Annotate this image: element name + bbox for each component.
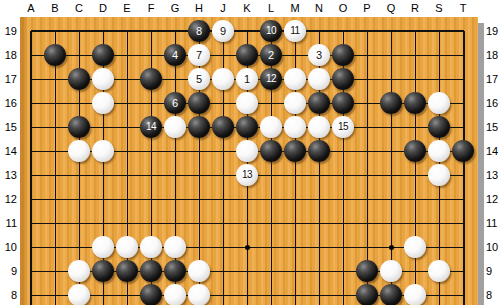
stone-black-L19: 10 (260, 20, 282, 42)
row-label-left-12: 12 (0, 191, 17, 207)
col-label-Q: Q (379, 0, 403, 17)
stone-black-S15 (428, 116, 450, 138)
col-label-G: G (163, 0, 187, 17)
go-board-viewer: ABCDEFGHJKLMNOPQRST 19181716151413121110… (0, 0, 500, 305)
go-board[interactable]: 891011472351126141513 (20, 17, 478, 305)
move-number-7: 7 (188, 44, 210, 66)
star-point-Q10 (389, 245, 394, 250)
stone-white-S9 (428, 260, 450, 282)
col-label-J: J (211, 0, 235, 17)
stone-black-G18: 4 (164, 44, 186, 66)
move-number-9: 9 (212, 20, 234, 42)
stone-white-G10 (164, 236, 186, 258)
move-number-4: 4 (164, 44, 186, 66)
stone-white-S14 (428, 140, 450, 162)
col-label-N: N (307, 0, 331, 17)
row-label-right-17: 17 (486, 71, 500, 87)
stone-black-Q8 (380, 284, 402, 305)
move-number-2: 2 (260, 44, 282, 66)
move-number-1: 1 (236, 68, 258, 90)
stone-white-G15 (164, 116, 186, 138)
stone-white-M15 (284, 116, 306, 138)
stone-white-N15 (308, 116, 330, 138)
row-label-left-17: 17 (0, 71, 17, 87)
col-label-R: R (403, 0, 427, 17)
grid-col-T (463, 31, 465, 305)
col-label-D: D (91, 0, 115, 17)
stone-white-Q9 (380, 260, 402, 282)
stone-white-K14 (236, 140, 258, 162)
move-number-3: 3 (308, 44, 330, 66)
row-label-left-19: 19 (0, 23, 17, 39)
move-number-5: 5 (188, 68, 210, 90)
stone-black-L17: 12 (260, 68, 282, 90)
stone-white-D10 (92, 236, 114, 258)
stone-white-D17 (92, 68, 114, 90)
grid-col-R (415, 31, 416, 305)
stone-black-N16 (308, 92, 330, 114)
stone-black-O18 (332, 44, 354, 66)
row-label-right-15: 15 (486, 119, 500, 135)
stone-white-S13 (428, 164, 450, 186)
row-label-left-15: 15 (0, 119, 17, 135)
stone-white-N17 (308, 68, 330, 90)
col-label-L: L (259, 0, 283, 17)
row-label-right-18: 18 (486, 47, 500, 63)
stone-black-R14 (404, 140, 426, 162)
stone-black-F15: 14 (140, 116, 162, 138)
col-label-A: A (19, 0, 43, 17)
stone-white-H17: 5 (188, 68, 210, 90)
col-label-M: M (283, 0, 307, 17)
stone-black-D9 (92, 260, 114, 282)
row-label-right-19: 19 (486, 23, 500, 39)
move-number-14: 14 (140, 116, 162, 138)
stone-white-K16 (236, 92, 258, 114)
stone-white-C8 (68, 284, 90, 305)
col-label-H: H (187, 0, 211, 17)
stone-black-C17 (68, 68, 90, 90)
stone-black-D18 (92, 44, 114, 66)
board-drop-shadow (478, 23, 484, 305)
stone-black-L18: 2 (260, 44, 282, 66)
row-label-right-8: 8 (486, 287, 500, 303)
row-label-right-12: 12 (486, 191, 500, 207)
stone-black-M14 (284, 140, 306, 162)
row-label-left-8: 8 (0, 287, 17, 303)
stone-white-D14 (92, 140, 114, 162)
stone-black-F8 (140, 284, 162, 305)
col-label-S: S (427, 0, 451, 17)
stone-white-H8 (188, 284, 210, 305)
col-label-P: P (355, 0, 379, 17)
stone-black-T14 (452, 140, 474, 162)
grid-col-A (30, 31, 32, 305)
stone-black-P8 (356, 284, 378, 305)
stone-black-E9 (116, 260, 138, 282)
move-number-12: 12 (260, 68, 282, 90)
stone-black-Q16 (380, 92, 402, 114)
col-label-O: O (331, 0, 355, 17)
move-number-15: 15 (332, 116, 354, 138)
stone-black-H15 (188, 116, 210, 138)
stone-white-C9 (68, 260, 90, 282)
stone-black-O16 (332, 92, 354, 114)
move-number-13: 13 (236, 164, 258, 186)
col-label-K: K (235, 0, 259, 17)
stone-white-E10 (116, 236, 138, 258)
stone-white-R8 (404, 284, 426, 305)
stone-white-G8 (164, 284, 186, 305)
row-label-left-18: 18 (0, 47, 17, 63)
row-label-left-13: 13 (0, 167, 17, 183)
stone-black-K15 (236, 116, 258, 138)
row-label-left-9: 9 (0, 263, 17, 279)
stone-black-C15 (68, 116, 90, 138)
stone-black-B18 (44, 44, 66, 66)
row-label-left-10: 10 (0, 239, 17, 255)
stone-black-F9 (140, 260, 162, 282)
move-number-6: 6 (164, 92, 186, 114)
stone-white-H18: 7 (188, 44, 210, 66)
stone-white-K13: 13 (236, 164, 258, 186)
stone-white-F10 (140, 236, 162, 258)
row-label-right-13: 13 (486, 167, 500, 183)
stone-white-L15 (260, 116, 282, 138)
stone-white-S16 (428, 92, 450, 114)
stone-white-M17 (284, 68, 306, 90)
stone-white-N18: 3 (308, 44, 330, 66)
move-number-8: 8 (188, 20, 210, 42)
stone-black-K18 (236, 44, 258, 66)
move-number-11: 11 (284, 20, 306, 42)
col-label-C: C (67, 0, 91, 17)
stone-black-H16 (188, 92, 210, 114)
col-label-E: E (115, 0, 139, 17)
star-point-K10 (245, 245, 250, 250)
row-label-left-14: 14 (0, 143, 17, 159)
col-label-F: F (139, 0, 163, 17)
stone-black-H19: 8 (188, 20, 210, 42)
row-label-left-16: 16 (0, 95, 17, 111)
stone-white-J17 (212, 68, 234, 90)
row-label-right-11: 11 (486, 215, 500, 231)
stone-white-R10 (404, 236, 426, 258)
stone-white-J19: 9 (212, 20, 234, 42)
col-label-B: B (43, 0, 67, 17)
move-number-10: 10 (260, 20, 282, 42)
stone-black-G9 (164, 260, 186, 282)
stone-black-R16 (404, 92, 426, 114)
stone-black-O17 (332, 68, 354, 90)
stone-white-O15: 15 (332, 116, 354, 138)
stone-white-D16 (92, 92, 114, 114)
stone-white-C14 (68, 140, 90, 162)
row-label-right-9: 9 (486, 263, 500, 279)
grid-col-B (55, 31, 56, 305)
stone-white-M19: 11 (284, 20, 306, 42)
row-label-right-10: 10 (486, 239, 500, 255)
stone-black-L14 (260, 140, 282, 162)
stone-black-N14 (308, 140, 330, 162)
stone-white-M16 (284, 92, 306, 114)
col-label-T: T (451, 0, 475, 17)
row-label-right-16: 16 (486, 95, 500, 111)
row-label-left-11: 11 (0, 215, 17, 231)
stone-black-G16: 6 (164, 92, 186, 114)
stone-white-H9 (188, 260, 210, 282)
stone-white-K17: 1 (236, 68, 258, 90)
stone-black-J15 (212, 116, 234, 138)
stone-black-P9 (356, 260, 378, 282)
stone-black-F17 (140, 68, 162, 90)
row-label-right-14: 14 (486, 143, 500, 159)
